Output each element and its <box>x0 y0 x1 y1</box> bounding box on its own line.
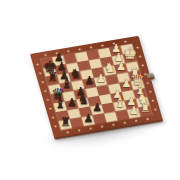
frame-dot <box>66 132 68 134</box>
frame-dot <box>52 117 54 119</box>
frame-dot <box>67 50 69 52</box>
frame-dot <box>146 82 148 84</box>
frame-dot <box>49 108 51 110</box>
frame-dot <box>154 109 156 111</box>
frame-dot <box>89 128 91 130</box>
frame-dot <box>146 118 148 120</box>
frame-dot <box>124 41 126 43</box>
frame-dot <box>139 56 141 58</box>
frame-dot <box>39 72 41 74</box>
frame-dot <box>101 44 103 46</box>
chess-set-photo: chess ♟♟♚♟♟♚♜♟♞♞♟♝♟♟♜♛♟♟♛♝♟♞♟♝♟♝♟♞♜♟♟♜ <box>0 0 180 180</box>
frame-dot <box>135 120 137 122</box>
frame-dot <box>113 43 115 45</box>
frame-dot <box>44 90 46 92</box>
frame-dot <box>47 99 49 101</box>
frame-dot <box>112 124 114 126</box>
frame-dot <box>78 130 80 132</box>
frame-dot <box>41 81 43 83</box>
clasp-icon <box>146 73 154 79</box>
frame-dot <box>78 48 80 50</box>
frame-dot <box>56 52 58 54</box>
frame-dot <box>54 125 56 127</box>
frame-dot <box>101 126 103 128</box>
frame-dot <box>152 100 154 102</box>
frame-dot <box>124 122 126 124</box>
frame-dot <box>149 91 151 93</box>
chess-board <box>30 36 163 138</box>
frame-dot <box>141 64 143 66</box>
frame-dot <box>36 63 38 65</box>
frame-dot <box>136 47 138 49</box>
frame-dot <box>44 54 46 56</box>
frame-dot <box>90 46 92 48</box>
square-a1 <box>138 106 152 117</box>
